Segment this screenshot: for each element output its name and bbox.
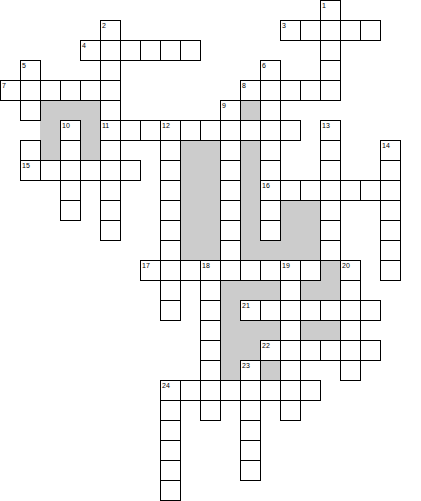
white-cell-c14-r13[interactable] [280,260,301,281]
gray-cell-c12-r16 [240,320,261,341]
white-cell-c16-r17[interactable] [320,340,341,361]
white-cell-c5-r2[interactable] [100,40,121,61]
white-cell-c15-r17[interactable] [300,340,321,361]
white-cell-c3-r4[interactable] [60,80,81,101]
gray-cell-c12-r9 [240,180,261,201]
gray-cell-c9-r9 [180,180,201,201]
white-cell-c12-r20[interactable] [240,400,261,421]
white-cell-c5-r7[interactable] [100,140,121,161]
white-cell-c13-r3[interactable] [260,60,281,81]
gray-cell-c12-r5 [240,100,261,121]
gray-cell-c10-r7 [200,140,221,161]
white-cell-c13-r9[interactable] [260,180,281,201]
gray-cell-c12-r7 [240,140,261,161]
white-cell-c3-r6[interactable] [60,120,81,141]
white-cell-c8-r7[interactable] [160,140,181,161]
white-cell-c14-r9[interactable] [280,180,301,201]
white-cell-c8-r22[interactable] [160,440,181,461]
white-cell-c11-r6[interactable] [220,120,241,141]
white-cell-c4-r8[interactable] [80,160,101,181]
gray-cell-c16-r16 [320,320,341,341]
white-cell-c17-r17[interactable] [340,340,361,361]
gray-cell-c14-r11 [280,220,301,241]
white-cell-c16-r7[interactable] [320,140,341,161]
white-cell-c1-r5[interactable] [20,100,41,121]
white-cell-c18-r9[interactable] [360,180,381,201]
white-cell-c12-r22[interactable] [240,440,261,461]
gray-cell-c12-r10 [240,200,261,221]
gray-cell-c15-r14 [300,280,321,301]
gray-cell-c10-r10 [200,200,221,221]
gray-cell-c9-r8 [180,160,201,181]
white-cell-c10-r19[interactable] [200,380,221,401]
white-cell-c14-r4[interactable] [280,80,301,101]
white-cell-c16-r12[interactable] [320,240,341,261]
gray-cell-c11-r15 [220,300,241,321]
white-cell-c15-r1[interactable] [300,20,321,41]
gray-cell-c2-r7 [40,140,61,161]
gray-cell-c9-r7 [180,140,201,161]
white-cell-c8-r9[interactable] [160,180,181,201]
white-cell-c13-r11[interactable] [260,220,281,241]
white-cell-c10-r6[interactable] [200,120,221,141]
white-cell-c8-r20[interactable] [160,400,181,421]
white-cell-c14-r1[interactable] [280,20,301,41]
white-cell-c3-r10[interactable] [60,200,81,221]
white-cell-c5-r1[interactable] [100,20,121,41]
white-cell-c19-r10[interactable] [380,200,401,221]
white-cell-c10-r13[interactable] [200,260,221,281]
gray-cell-c13-r16 [260,320,281,341]
gray-cell-c10-r11 [200,220,221,241]
white-cell-c9-r2[interactable] [180,40,201,61]
white-cell-c10-r14[interactable] [200,280,221,301]
white-cell-c16-r11[interactable] [320,220,341,241]
white-cell-c2-r4[interactable] [40,80,61,101]
white-cell-c11-r19[interactable] [220,380,241,401]
white-cell-c13-r19[interactable] [260,380,281,401]
gray-cell-c15-r10 [300,200,321,221]
white-cell-c11-r9[interactable] [220,180,241,201]
gray-cell-c15-r12 [300,240,321,261]
gray-cell-c9-r11 [180,220,201,241]
white-cell-c3-r7[interactable] [60,140,81,161]
white-cell-c16-r0[interactable] [320,0,341,21]
white-cell-c19-r13[interactable] [380,260,401,281]
white-cell-c2-r8[interactable] [40,160,61,181]
white-cell-c12-r13[interactable] [240,260,261,281]
white-cell-c16-r9[interactable] [320,180,341,201]
white-cell-c8-r14[interactable] [160,280,181,301]
gray-cell-c9-r12 [180,240,201,261]
white-cell-c12-r6[interactable] [240,120,261,141]
white-cell-c8-r23[interactable] [160,460,181,481]
white-cell-c8-r12[interactable] [160,240,181,261]
gray-cell-c4-r7 [80,140,101,161]
gray-cell-c13-r12 [260,240,281,261]
white-cell-c13-r5[interactable] [260,100,281,121]
white-cell-c12-r18[interactable] [240,360,261,381]
gray-cell-c2-r5 [40,100,61,121]
white-cell-c10-r15[interactable] [200,300,221,321]
white-cell-c7-r6[interactable] [140,120,161,141]
white-cell-c10-r17[interactable] [200,340,221,361]
white-cell-c14-r15[interactable] [280,300,301,321]
white-cell-c4-r4[interactable] [80,80,101,101]
white-cell-c9-r6[interactable] [180,120,201,141]
white-cell-c5-r9[interactable] [100,180,121,201]
white-cell-c14-r14[interactable] [280,280,301,301]
white-cell-c8-r19[interactable] [160,380,181,401]
white-cell-c13-r6[interactable] [260,120,281,141]
white-cell-c13-r8[interactable] [260,160,281,181]
white-cell-c14-r17[interactable] [280,340,301,361]
white-cell-c15-r4[interactable] [300,80,321,101]
gray-cell-c13-r14 [260,280,281,301]
white-cell-c17-r9[interactable] [340,180,361,201]
gray-cell-c2-r6 [40,120,61,141]
white-cell-c13-r4[interactable] [260,80,281,101]
gray-cell-c14-r12 [280,240,301,261]
white-cell-c12-r15[interactable] [240,300,261,321]
white-cell-c17-r13[interactable] [340,260,361,281]
crossword-board: 123456789101112131415161718192021222324 [0,0,421,501]
gray-cell-c10-r12 [200,240,221,261]
white-cell-c5-r4[interactable] [100,80,121,101]
white-cell-c11-r11[interactable] [220,220,241,241]
white-cell-c16-r2[interactable] [320,40,341,61]
gray-cell-c10-r9 [200,180,221,201]
white-cell-c13-r10[interactable] [260,200,281,221]
white-cell-c19-r11[interactable] [380,220,401,241]
gray-cell-c16-r13 [320,260,341,281]
white-cell-c9-r13[interactable] [180,260,201,281]
white-cell-c16-r4[interactable] [320,80,341,101]
white-cell-c4-r2[interactable] [80,40,101,61]
white-cell-c8-r21[interactable] [160,420,181,441]
white-cell-c6-r2[interactable] [120,40,141,61]
white-cell-c16-r3[interactable] [320,60,341,81]
white-cell-c1-r3[interactable] [20,60,41,81]
white-cell-c15-r15[interactable] [300,300,321,321]
white-cell-c8-r11[interactable] [160,220,181,241]
white-cell-c8-r13[interactable] [160,260,181,281]
white-cell-c16-r1[interactable] [320,20,341,41]
gray-cell-c15-r11 [300,220,321,241]
gray-cell-c4-r6 [80,120,101,141]
white-cell-c8-r8[interactable] [160,160,181,181]
white-cell-c11-r8[interactable] [220,160,241,181]
white-cell-c9-r19[interactable] [180,380,201,401]
white-cell-c5-r6[interactable] [100,120,121,141]
gray-cell-c12-r11 [240,220,261,241]
white-cell-c19-r7[interactable] [380,140,401,161]
white-cell-c13-r17[interactable] [260,340,281,361]
white-cell-c11-r13[interactable] [220,260,241,281]
white-cell-c17-r1[interactable] [340,20,361,41]
white-cell-c18-r15[interactable] [360,300,381,321]
white-cell-c3-r9[interactable] [60,180,81,201]
white-cell-c14-r19[interactable] [280,380,301,401]
white-cell-c1-r7[interactable] [20,140,41,161]
white-cell-c8-r10[interactable] [160,200,181,221]
white-cell-c14-r6[interactable] [280,120,301,141]
gray-cell-c11-r14 [220,280,241,301]
white-cell-c19-r12[interactable] [380,240,401,261]
white-cell-c17-r16[interactable] [340,320,361,341]
white-cell-c17-r15[interactable] [340,300,361,321]
white-cell-c12-r23[interactable] [240,460,261,481]
white-cell-c15-r9[interactable] [300,180,321,201]
white-cell-c1-r8[interactable] [20,160,41,181]
white-cell-c11-r5[interactable] [220,100,241,121]
white-cell-c6-r6[interactable] [120,120,141,141]
white-cell-c13-r13[interactable] [260,260,281,281]
gray-cell-c13-r18 [260,360,281,381]
white-cell-c14-r18[interactable] [280,360,301,381]
white-cell-c8-r15[interactable] [160,300,181,321]
white-cell-c11-r12[interactable] [220,240,241,261]
white-cell-c5-r8[interactable] [100,160,121,181]
white-cell-c18-r1[interactable] [360,20,381,41]
white-cell-c16-r15[interactable] [320,300,341,321]
white-cell-c8-r2[interactable] [160,40,181,61]
gray-cell-c11-r18 [220,360,241,381]
white-cell-c16-r10[interactable] [320,200,341,221]
gray-cell-c4-r5 [80,100,101,121]
gray-cell-c15-r16 [300,320,321,341]
white-cell-c15-r19[interactable] [300,380,321,401]
white-cell-c7-r13[interactable] [140,260,161,281]
white-cell-c8-r24[interactable] [160,480,181,501]
white-cell-c19-r8[interactable] [380,160,401,181]
white-cell-c12-r21[interactable] [240,420,261,441]
white-cell-c13-r15[interactable] [260,300,281,321]
white-cell-c7-r2[interactable] [140,40,161,61]
gray-cell-c10-r8 [200,160,221,181]
white-cell-c17-r18[interactable] [340,360,361,381]
white-cell-c0-r4[interactable] [0,80,21,101]
gray-cell-c12-r12 [240,240,261,261]
white-cell-c12-r4[interactable] [240,80,261,101]
white-cell-c3-r8[interactable] [60,160,81,181]
white-cell-c13-r7[interactable] [260,140,281,161]
white-cell-c1-r4[interactable] [20,80,41,101]
gray-cell-c12-r8 [240,160,261,181]
white-cell-c14-r16[interactable] [280,320,301,341]
white-cell-c10-r18[interactable] [200,360,221,381]
white-cell-c10-r20[interactable] [200,400,221,421]
gray-cell-c12-r17 [240,340,261,361]
white-cell-c5-r5[interactable] [100,100,121,121]
white-cell-c12-r19[interactable] [240,380,261,401]
white-cell-c17-r14[interactable] [340,280,361,301]
gray-cell-c11-r17 [220,340,241,361]
white-cell-c8-r6[interactable] [160,120,181,141]
white-cell-c10-r16[interactable] [200,320,221,341]
white-cell-c15-r13[interactable] [300,260,321,281]
white-cell-c16-r6[interactable] [320,120,341,141]
white-cell-c6-r8[interactable] [120,160,141,181]
white-cell-c19-r9[interactable] [380,180,401,201]
gray-cell-c11-r16 [220,320,241,341]
gray-cell-c12-r14 [240,280,261,301]
white-cell-c5-r11[interactable] [100,220,121,241]
white-cell-c5-r3[interactable] [100,60,121,81]
white-cell-c11-r7[interactable] [220,140,241,161]
gray-cell-c3-r5 [60,100,81,121]
white-cell-c11-r10[interactable] [220,200,241,221]
gray-cell-c16-r14 [320,280,341,301]
gray-cell-c9-r10 [180,200,201,221]
white-cell-c18-r17[interactable] [360,340,381,361]
gray-cell-c14-r10 [280,200,301,221]
white-cell-c16-r8[interactable] [320,160,341,181]
white-cell-c5-r10[interactable] [100,200,121,221]
white-cell-c14-r20[interactable] [280,400,301,421]
